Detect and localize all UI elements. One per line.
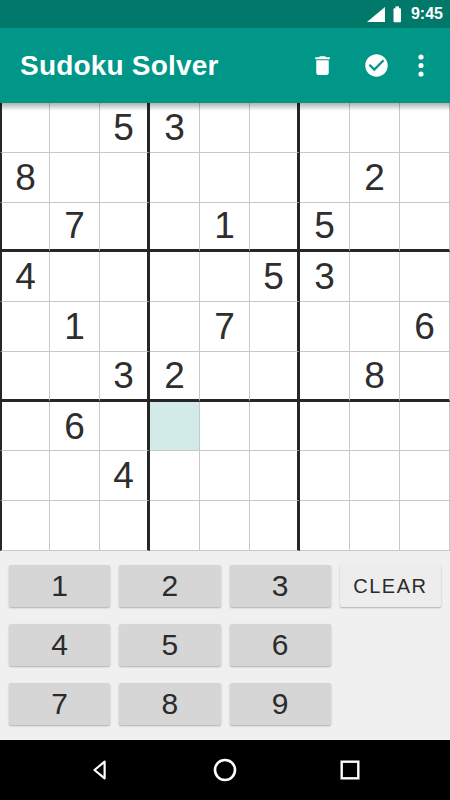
cell-r1c2[interactable] (50, 103, 100, 153)
back-triangle-icon (88, 758, 112, 782)
cell-r3c7[interactable]: 5 (300, 203, 350, 253)
cell-r7c8[interactable] (350, 402, 400, 452)
cell-r5c8[interactable] (350, 302, 400, 352)
key-2-button[interactable]: 2 (119, 565, 220, 607)
key-3-button[interactable]: 3 (230, 565, 331, 607)
cell-r6c2[interactable] (50, 352, 100, 402)
cell-r4c2[interactable] (50, 252, 100, 302)
cell-r9c7[interactable] (300, 501, 350, 551)
cell-r1c6[interactable] (250, 103, 300, 153)
app-bar: Sudoku Solver (0, 28, 450, 103)
keypad: 123456789CLEAR (0, 551, 450, 740)
cell-r6c1[interactable] (0, 352, 50, 402)
cell-r7c1[interactable] (0, 402, 50, 452)
trash-icon (310, 53, 335, 78)
cell-r4c8[interactable] (350, 252, 400, 302)
cell-r4c4[interactable] (150, 252, 200, 302)
recents-square-icon (338, 758, 362, 782)
key-6-button[interactable]: 6 (230, 624, 331, 666)
cell-r7c3[interactable] (100, 402, 150, 452)
cell-r8c9[interactable] (400, 451, 450, 501)
cell-r8c3[interactable]: 4 (100, 451, 150, 501)
cell-r2c1[interactable]: 8 (0, 153, 50, 203)
cell-r5c5[interactable]: 7 (200, 302, 250, 352)
cell-r6c3[interactable]: 3 (100, 352, 150, 402)
status-bar: 9:45 (0, 0, 450, 28)
cell-r5c4[interactable] (150, 302, 200, 352)
vertical-ellipsis-icon (418, 54, 424, 77)
cell-r2c7[interactable] (300, 153, 350, 203)
cell-r6c6[interactable] (250, 352, 300, 402)
cell-r9c8[interactable] (350, 501, 400, 551)
cell-r6c7[interactable] (300, 352, 350, 402)
cell-r9c9[interactable] (400, 501, 450, 551)
cell-r6c4[interactable]: 2 (150, 352, 200, 402)
board-area: 538271545317632864 (0, 103, 450, 551)
key-5-button[interactable]: 5 (119, 624, 220, 666)
key-7-button[interactable]: 7 (9, 683, 110, 725)
cell-r1c1[interactable] (0, 103, 50, 153)
home-button[interactable] (212, 757, 238, 783)
cell-r2c6[interactable] (250, 153, 300, 203)
cell-r4c9[interactable] (400, 252, 450, 302)
cell-r4c6[interactable]: 5 (250, 252, 300, 302)
cell-r1c3[interactable]: 5 (100, 103, 150, 153)
cell-r4c7[interactable]: 3 (300, 252, 350, 302)
key-9-button[interactable]: 9 (230, 683, 331, 725)
status-time: 9:45 (411, 6, 443, 22)
clear-button[interactable]: CLEAR (340, 565, 441, 607)
back-button[interactable] (87, 757, 113, 783)
cell-r7c9[interactable] (400, 402, 450, 452)
cell-r7c7[interactable] (300, 402, 350, 452)
cell-r3c5[interactable]: 1 (200, 203, 250, 253)
cell-r5c7[interactable] (300, 302, 350, 352)
cell-r2c4[interactable] (150, 153, 200, 203)
cell-r7c4[interactable] (150, 402, 200, 452)
cell-r3c6[interactable] (250, 203, 300, 253)
cell-r1c9[interactable] (400, 103, 450, 153)
cell-r8c7[interactable] (300, 451, 350, 501)
page-title: Sudoku Solver (20, 50, 219, 82)
signal-icon (367, 7, 385, 22)
cell-r5c1[interactable] (0, 302, 50, 352)
check-circle-icon (363, 52, 390, 79)
cell-r5c6[interactable] (250, 302, 300, 352)
cell-r5c2[interactable]: 1 (50, 302, 100, 352)
cell-r8c6[interactable] (250, 451, 300, 501)
cell-r6c8[interactable]: 8 (350, 352, 400, 402)
cell-r3c4[interactable] (150, 203, 200, 253)
cell-r3c8[interactable] (350, 203, 400, 253)
cell-r8c5[interactable] (200, 451, 250, 501)
cell-r2c3[interactable] (100, 153, 150, 203)
cell-r4c1[interactable]: 4 (0, 252, 50, 302)
cell-r9c1[interactable] (0, 501, 50, 551)
cell-r1c8[interactable] (350, 103, 400, 153)
cell-r8c8[interactable] (350, 451, 400, 501)
solve-button[interactable] (363, 52, 390, 79)
cell-r1c7[interactable] (300, 103, 350, 153)
screen: 9:45 Sudoku Solver (0, 0, 450, 800)
cell-r4c5[interactable] (200, 252, 250, 302)
key-1-button[interactable]: 1 (9, 565, 110, 607)
key-8-button[interactable]: 8 (119, 683, 220, 725)
cell-r3c9[interactable] (400, 203, 450, 253)
cell-r7c2[interactable]: 6 (50, 402, 100, 452)
key-4-button[interactable]: 4 (9, 624, 110, 666)
delete-button[interactable] (310, 53, 335, 78)
battery-icon (391, 6, 403, 23)
cell-r6c5[interactable] (200, 352, 250, 402)
app-bar-actions (310, 52, 450, 79)
recents-button[interactable] (337, 757, 363, 783)
cell-r3c3[interactable] (100, 203, 150, 253)
cell-r1c4[interactable]: 3 (150, 103, 200, 153)
cell-r1c5[interactable] (200, 103, 250, 153)
sudoku-board[interactable]: 538271545317632864 (0, 103, 450, 551)
overflow-menu-button[interactable] (418, 54, 424, 77)
cell-r2c8[interactable]: 2 (350, 153, 400, 203)
cell-r9c5[interactable] (200, 501, 250, 551)
cell-r4c3[interactable] (100, 252, 150, 302)
cell-r9c2[interactable] (50, 501, 100, 551)
cell-r8c2[interactable] (50, 451, 100, 501)
cell-r8c1[interactable] (0, 451, 50, 501)
home-circle-icon (212, 757, 238, 783)
cell-r7c5[interactable] (200, 402, 250, 452)
navigation-bar (0, 740, 450, 800)
cell-r8c4[interactable] (150, 451, 200, 501)
cell-r7c6[interactable] (250, 402, 300, 452)
cell-r3c2[interactable]: 7 (50, 203, 100, 253)
cell-r2c9[interactable] (400, 153, 450, 203)
cell-r2c5[interactable] (200, 153, 250, 203)
cell-r9c4[interactable] (150, 501, 200, 551)
cell-r9c6[interactable] (250, 501, 300, 551)
cell-r9c3[interactable] (100, 501, 150, 551)
cell-r5c9[interactable]: 6 (400, 302, 450, 352)
cell-r3c1[interactable] (0, 203, 50, 253)
cell-r2c2[interactable] (50, 153, 100, 203)
cell-r6c9[interactable] (400, 352, 450, 402)
cell-r5c3[interactable] (100, 302, 150, 352)
